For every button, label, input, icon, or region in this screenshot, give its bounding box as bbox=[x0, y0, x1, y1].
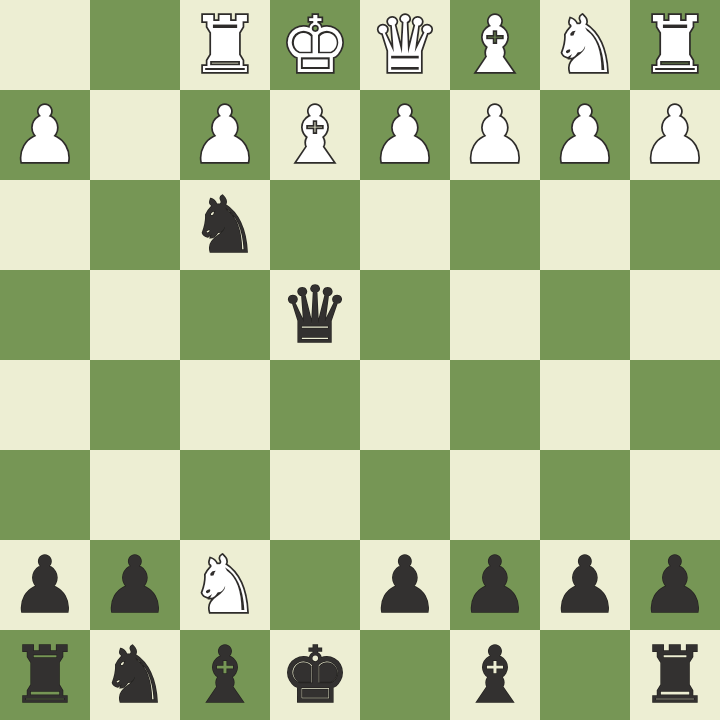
square-a2[interactable]: ♟ bbox=[630, 90, 720, 180]
white-king-e1[interactable]: ♚ bbox=[280, 0, 350, 90]
square-c3[interactable] bbox=[450, 180, 540, 270]
chess-board: ♜♚♛♝♞♜♟♟♝♟♟♟♟♞♛♟♟♞♟♟♟♟♜♞♝♚♝♜ bbox=[0, 0, 720, 720]
black-pawn-h7[interactable]: ♟ bbox=[10, 540, 80, 630]
square-c8[interactable]: ♝ bbox=[450, 630, 540, 720]
white-pawn-h2[interactable]: ♟ bbox=[10, 90, 80, 180]
square-c5[interactable] bbox=[450, 360, 540, 450]
square-c1[interactable]: ♝ bbox=[450, 0, 540, 90]
square-a3[interactable] bbox=[630, 180, 720, 270]
square-b8[interactable] bbox=[540, 630, 630, 720]
square-e7[interactable] bbox=[270, 540, 360, 630]
white-knight-f7[interactable]: ♞ bbox=[190, 540, 260, 630]
white-pawn-c2[interactable]: ♟ bbox=[460, 90, 530, 180]
black-rook-h8[interactable]: ♜ bbox=[10, 630, 80, 720]
black-king-e8[interactable]: ♚ bbox=[280, 630, 350, 720]
black-pawn-a7[interactable]: ♟ bbox=[640, 540, 710, 630]
black-pawn-d7[interactable]: ♟ bbox=[370, 540, 440, 630]
square-b1[interactable]: ♞ bbox=[540, 0, 630, 90]
square-b4[interactable] bbox=[540, 270, 630, 360]
square-b2[interactable]: ♟ bbox=[540, 90, 630, 180]
square-a6[interactable] bbox=[630, 450, 720, 540]
square-f7[interactable]: ♞ bbox=[180, 540, 270, 630]
square-c7[interactable]: ♟ bbox=[450, 540, 540, 630]
black-knight-f3[interactable]: ♞ bbox=[190, 180, 260, 270]
square-g5[interactable] bbox=[90, 360, 180, 450]
square-e4[interactable]: ♛ bbox=[270, 270, 360, 360]
black-pawn-g7[interactable]: ♟ bbox=[100, 540, 170, 630]
square-d2[interactable]: ♟ bbox=[360, 90, 450, 180]
black-queen-e4[interactable]: ♛ bbox=[280, 270, 350, 360]
square-f8[interactable]: ♝ bbox=[180, 630, 270, 720]
square-a7[interactable]: ♟ bbox=[630, 540, 720, 630]
square-c6[interactable] bbox=[450, 450, 540, 540]
square-h2[interactable]: ♟ bbox=[0, 90, 90, 180]
square-d5[interactable] bbox=[360, 360, 450, 450]
square-b7[interactable]: ♟ bbox=[540, 540, 630, 630]
white-knight-b1[interactable]: ♞ bbox=[550, 0, 620, 90]
white-bishop-c1[interactable]: ♝ bbox=[460, 0, 530, 90]
square-e2[interactable]: ♝ bbox=[270, 90, 360, 180]
square-d6[interactable] bbox=[360, 450, 450, 540]
square-d3[interactable] bbox=[360, 180, 450, 270]
square-e1[interactable]: ♚ bbox=[270, 0, 360, 90]
black-bishop-c8[interactable]: ♝ bbox=[460, 630, 530, 720]
white-pawn-b2[interactable]: ♟ bbox=[550, 90, 620, 180]
black-pawn-b7[interactable]: ♟ bbox=[550, 540, 620, 630]
square-a8[interactable]: ♜ bbox=[630, 630, 720, 720]
square-e6[interactable] bbox=[270, 450, 360, 540]
square-d7[interactable]: ♟ bbox=[360, 540, 450, 630]
square-e5[interactable] bbox=[270, 360, 360, 450]
square-h7[interactable]: ♟ bbox=[0, 540, 90, 630]
square-g4[interactable] bbox=[90, 270, 180, 360]
square-h1[interactable] bbox=[0, 0, 90, 90]
square-h4[interactable] bbox=[0, 270, 90, 360]
white-bishop-e2[interactable]: ♝ bbox=[280, 90, 350, 180]
square-c2[interactable]: ♟ bbox=[450, 90, 540, 180]
white-rook-a1[interactable]: ♜ bbox=[640, 0, 710, 90]
square-f4[interactable] bbox=[180, 270, 270, 360]
black-pawn-c7[interactable]: ♟ bbox=[460, 540, 530, 630]
square-a4[interactable] bbox=[630, 270, 720, 360]
square-f2[interactable]: ♟ bbox=[180, 90, 270, 180]
square-g2[interactable] bbox=[90, 90, 180, 180]
square-d8[interactable] bbox=[360, 630, 450, 720]
black-knight-g8[interactable]: ♞ bbox=[100, 630, 170, 720]
square-h6[interactable] bbox=[0, 450, 90, 540]
white-pawn-d2[interactable]: ♟ bbox=[370, 90, 440, 180]
white-pawn-a2[interactable]: ♟ bbox=[640, 90, 710, 180]
square-b6[interactable] bbox=[540, 450, 630, 540]
square-c4[interactable] bbox=[450, 270, 540, 360]
white-queen-d1[interactable]: ♛ bbox=[370, 0, 440, 90]
square-g7[interactable]: ♟ bbox=[90, 540, 180, 630]
square-g1[interactable] bbox=[90, 0, 180, 90]
square-b3[interactable] bbox=[540, 180, 630, 270]
square-a5[interactable] bbox=[630, 360, 720, 450]
square-h5[interactable] bbox=[0, 360, 90, 450]
square-g3[interactable] bbox=[90, 180, 180, 270]
square-d1[interactable]: ♛ bbox=[360, 0, 450, 90]
black-bishop-f8[interactable]: ♝ bbox=[190, 630, 260, 720]
square-f3[interactable]: ♞ bbox=[180, 180, 270, 270]
square-h3[interactable] bbox=[0, 180, 90, 270]
square-h8[interactable]: ♜ bbox=[0, 630, 90, 720]
square-b5[interactable] bbox=[540, 360, 630, 450]
square-f1[interactable]: ♜ bbox=[180, 0, 270, 90]
black-rook-a8[interactable]: ♜ bbox=[640, 630, 710, 720]
square-f5[interactable] bbox=[180, 360, 270, 450]
square-g8[interactable]: ♞ bbox=[90, 630, 180, 720]
square-f6[interactable] bbox=[180, 450, 270, 540]
white-rook-f1[interactable]: ♜ bbox=[190, 0, 260, 90]
square-e8[interactable]: ♚ bbox=[270, 630, 360, 720]
square-e3[interactable] bbox=[270, 180, 360, 270]
square-d4[interactable] bbox=[360, 270, 450, 360]
white-pawn-f2[interactable]: ♟ bbox=[190, 90, 260, 180]
square-a1[interactable]: ♜ bbox=[630, 0, 720, 90]
square-g6[interactable] bbox=[90, 450, 180, 540]
